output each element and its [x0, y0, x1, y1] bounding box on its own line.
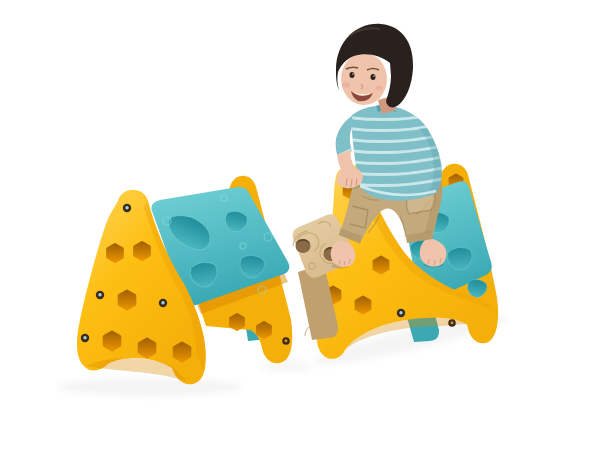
eye — [371, 74, 376, 80]
rivet — [282, 337, 290, 345]
head — [336, 24, 413, 108]
eye — [350, 72, 355, 78]
shadow-left-back-foot — [260, 360, 312, 372]
hex-hole — [108, 244, 123, 261]
hex-hole — [119, 291, 135, 309]
left-climber — [77, 176, 292, 385]
rivet — [123, 204, 131, 212]
climbing-set-scene — [0, 0, 600, 454]
shadow-left-climber — [58, 378, 242, 396]
rivet — [81, 334, 89, 342]
hex-hole — [139, 339, 155, 357]
hex-hole — [104, 332, 120, 350]
rivet — [159, 299, 167, 307]
blush — [342, 83, 350, 88]
rivet — [448, 319, 456, 327]
rivet — [397, 309, 405, 317]
hex-hole — [356, 297, 370, 313]
hex-hole — [230, 314, 243, 329]
hex-hole — [174, 343, 190, 361]
hex-hole — [135, 242, 150, 259]
rivet — [96, 291, 104, 299]
product-photo — [0, 0, 600, 454]
blush — [376, 86, 383, 90]
hex-hole — [374, 257, 388, 273]
hex-hole — [257, 322, 270, 337]
